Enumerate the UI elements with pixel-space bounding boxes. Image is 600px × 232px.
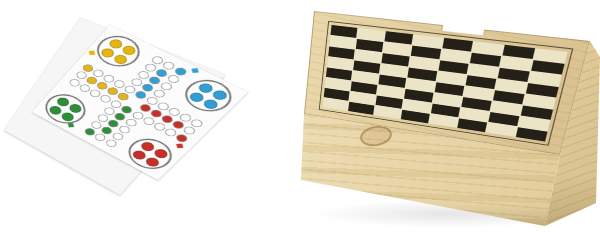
ludo-start-arrow-green: [68, 123, 75, 127]
ludo-start-arrow-blue: [191, 68, 198, 73]
ludo-start-arrow-red: [176, 144, 183, 149]
ludo-start-arrow-yellow: [89, 50, 96, 55]
product-photo-scene: Wooden game box with a printed chess/che…: [0, 0, 600, 232]
